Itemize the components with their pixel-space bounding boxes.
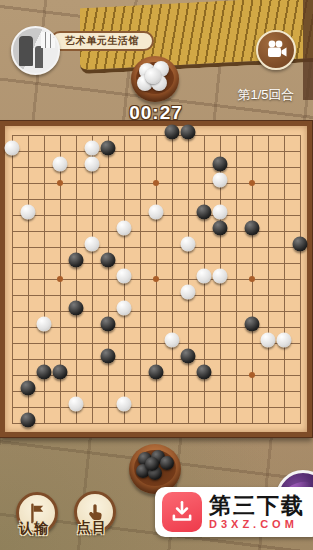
stones-layer [12,135,301,424]
black-stone [69,253,84,268]
white-stone [21,205,36,220]
black-stone [293,237,308,252]
black-stone [101,141,116,156]
white-stone [5,141,20,156]
black-stone [197,205,212,220]
statue-shape [35,46,43,68]
round-indicator: 第1/5回合 [222,86,310,104]
black-stone [197,365,212,380]
black-stone [53,365,68,380]
d3xz-watermark-banner[interactable]: 第三下载 D3XZ.COM [155,487,313,537]
white-stone [117,269,132,284]
white-stone [181,285,196,300]
white-stone [117,221,132,236]
game-screen: 艺术单元生活馆 00:27 第1/5回合 [0,0,313,550]
black-stone [37,365,52,380]
black-stone [181,125,196,140]
white-stone [181,237,196,252]
white-stone [53,157,68,172]
statue-shape [19,36,33,66]
watermark-domain: D3XZ.COM [209,518,305,531]
white-stone [37,317,52,332]
black-stone [245,317,260,332]
white-stone [149,205,164,220]
black-stone [145,457,159,471]
black-stone [245,221,260,236]
white-stone [165,333,180,348]
black-stone [21,413,36,428]
record-camera-button[interactable] [256,30,296,70]
white-stone [69,397,84,412]
watermark-title: 第三下载 [209,494,305,518]
black-stone [101,317,116,332]
window-shape [41,32,55,48]
white-stone [85,237,100,252]
black-stone [213,157,228,172]
black-stone [181,349,196,364]
white-stone [145,68,161,84]
white-stone [213,173,228,188]
white-stone [213,269,228,284]
player-avatar[interactable] [11,26,60,75]
player-name: 艺术单元生活馆 [65,34,139,48]
white-stone-bowl [131,56,179,102]
black-stone [160,456,174,470]
white-stone [117,397,132,412]
white-stone [85,141,100,156]
count-points-label[interactable]: 点目 [64,519,120,537]
black-stone [213,221,228,236]
white-stone [261,333,276,348]
white-stone [277,333,292,348]
black-stone [165,125,180,140]
resign-label[interactable]: 认输 [6,520,62,538]
black-stone [149,365,164,380]
player-name-pill: 艺术单元生活馆 [50,31,154,51]
download-icon [169,499,195,525]
black-stone [21,381,36,396]
white-stone [213,205,228,220]
black-stone [69,301,84,316]
d3xz-logo [162,492,202,532]
white-stone [197,269,212,284]
white-stone [85,157,100,172]
video-camera-icon [264,39,288,61]
white-stone [117,301,132,316]
black-stone [101,253,116,268]
black-stone [101,349,116,364]
